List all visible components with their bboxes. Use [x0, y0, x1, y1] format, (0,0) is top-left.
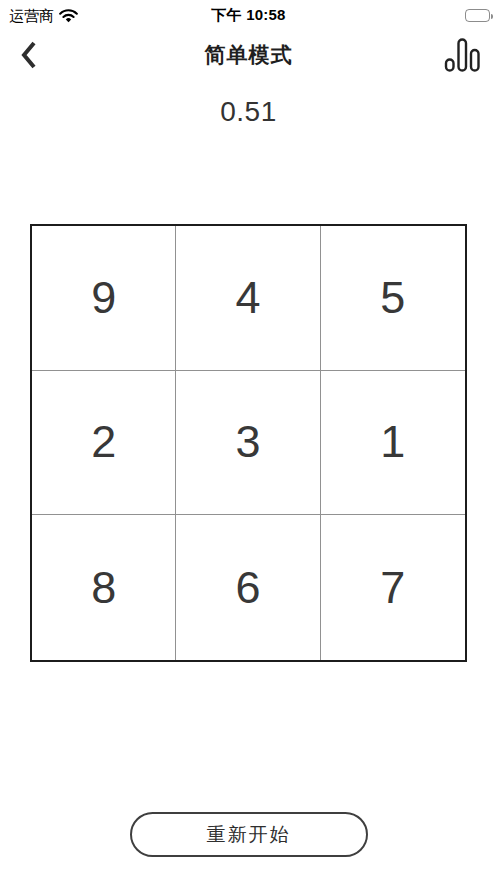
stats-button[interactable] [441, 36, 485, 74]
game-board: 9 4 5 2 3 1 8 6 7 [30, 224, 467, 662]
status-right [465, 8, 490, 23]
clock: 下午 10:58 [0, 6, 497, 25]
app-screen: 运营商 下午 10:58 简单模式 [0, 0, 497, 883]
page-title: 简单模式 [0, 30, 497, 80]
cell-r0c2[interactable]: 5 [321, 226, 465, 371]
restart-button[interactable]: 重新开始 [130, 812, 368, 857]
cell-r1c2[interactable]: 1 [321, 371, 465, 516]
cell-r0c0[interactable]: 9 [32, 226, 176, 371]
cell-r2c2[interactable]: 7 [321, 515, 465, 660]
battery-icon [465, 9, 490, 22]
status-bar: 运营商 下午 10:58 [0, 0, 497, 30]
bar-chart-icon [443, 38, 483, 72]
nav-bar: 简单模式 [0, 30, 497, 80]
cell-r1c1[interactable]: 3 [176, 371, 320, 516]
cell-r0c1[interactable]: 4 [176, 226, 320, 371]
cell-r2c0[interactable]: 8 [32, 515, 176, 660]
cell-r1c0[interactable]: 2 [32, 371, 176, 516]
timer-value: 0.51 [0, 96, 497, 128]
cell-r2c1[interactable]: 6 [176, 515, 320, 660]
